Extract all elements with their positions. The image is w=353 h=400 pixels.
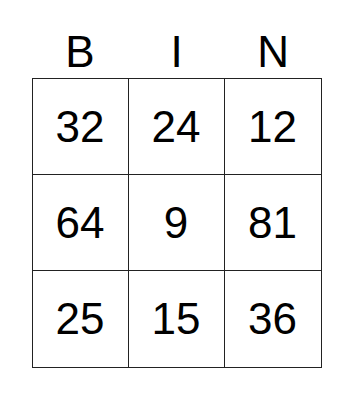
bingo-cell-r1c2[interactable]: 24 [129, 79, 225, 175]
bingo-cell-r2c2[interactable]: 9 [129, 175, 225, 271]
column-header-n: N [225, 26, 322, 78]
column-header-i: I [128, 26, 225, 78]
bingo-cell-r3c2[interactable]: 15 [129, 271, 225, 367]
bingo-cell-r3c1[interactable]: 25 [33, 271, 129, 367]
bingo-cell-r2c3[interactable]: 81 [225, 175, 321, 271]
bingo-grid: 32 24 12 64 9 81 25 15 36 [32, 78, 322, 368]
column-headers: B I N [32, 26, 322, 78]
bingo-cell-r1c3[interactable]: 12 [225, 79, 321, 175]
bingo-cell-r3c3[interactable]: 36 [225, 271, 321, 367]
column-header-b: B [32, 26, 129, 78]
bingo-cell-r1c1[interactable]: 32 [33, 79, 129, 175]
bingo-card: B I N 32 24 12 64 9 81 25 15 36 [32, 26, 322, 368]
bingo-cell-r2c1[interactable]: 64 [33, 175, 129, 271]
